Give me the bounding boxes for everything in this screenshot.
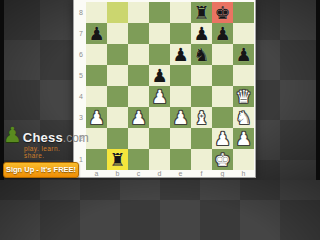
square-b2[interactable] xyxy=(107,128,128,149)
square-f4[interactable] xyxy=(191,86,212,107)
chesscom-logo-block: ♟ Chess .com play. learn. share. Sign Up… xyxy=(3,126,81,178)
board-panel: 87654321 ♜♚♟♟♟♟♞♟♟♟♛♟♟♟♝♞♟♟♜♚ abcdefgh xyxy=(73,0,256,178)
square-a1[interactable] xyxy=(86,149,107,170)
piece-black-knight: ♞ xyxy=(191,44,212,65)
square-c5[interactable] xyxy=(128,65,149,86)
square-g7[interactable]: ♟ xyxy=(212,23,233,44)
rank-label-4: 4 xyxy=(74,86,85,107)
square-h5[interactable] xyxy=(233,65,254,86)
square-g6[interactable] xyxy=(212,44,233,65)
square-b6[interactable] xyxy=(107,44,128,65)
file-label-f: f xyxy=(191,170,212,178)
square-e2[interactable] xyxy=(170,128,191,149)
square-b3[interactable] xyxy=(107,107,128,128)
square-c3[interactable]: ♟ xyxy=(128,107,149,128)
piece-black-rook: ♜ xyxy=(107,149,128,170)
piece-black-pawn: ♟ xyxy=(149,65,170,86)
rank-label-3: 3 xyxy=(74,107,85,128)
square-d2[interactable] xyxy=(149,128,170,149)
square-e5[interactable] xyxy=(170,65,191,86)
rank-label-7: 7 xyxy=(74,23,85,44)
chesscom-logo: ♟ Chess .com xyxy=(3,126,81,145)
square-g1[interactable]: ♚ xyxy=(212,149,233,170)
file-label-d: d xyxy=(149,170,170,178)
square-a7[interactable]: ♟ xyxy=(86,23,107,44)
square-d5[interactable]: ♟ xyxy=(149,65,170,86)
rank-label-5: 5 xyxy=(74,65,85,86)
piece-white-knight: ♞ xyxy=(233,107,254,128)
square-b7[interactable] xyxy=(107,23,128,44)
file-label-h: h xyxy=(233,170,254,178)
square-f5[interactable] xyxy=(191,65,212,86)
square-f8[interactable]: ♜ xyxy=(191,2,212,23)
square-f6[interactable]: ♞ xyxy=(191,44,212,65)
square-f1[interactable] xyxy=(191,149,212,170)
square-h1[interactable] xyxy=(233,149,254,170)
piece-black-pawn: ♟ xyxy=(191,23,212,44)
square-g5[interactable] xyxy=(212,65,233,86)
square-d6[interactable] xyxy=(149,44,170,65)
square-d4[interactable]: ♟ xyxy=(149,86,170,107)
piece-black-king: ♚ xyxy=(212,2,233,23)
piece-black-rook: ♜ xyxy=(191,2,212,23)
square-a3[interactable]: ♟ xyxy=(86,107,107,128)
pillarbox-right xyxy=(316,0,320,180)
square-d1[interactable] xyxy=(149,149,170,170)
square-e1[interactable] xyxy=(170,149,191,170)
file-label-b: b xyxy=(107,170,128,178)
square-d3[interactable] xyxy=(149,107,170,128)
square-b1[interactable]: ♜ xyxy=(107,149,128,170)
piece-white-pawn: ♟ xyxy=(212,128,233,149)
logo-text-chess: Chess xyxy=(23,130,63,145)
square-g8[interactable]: ♚ xyxy=(212,2,233,23)
square-h6[interactable]: ♟ xyxy=(233,44,254,65)
file-label-a: a xyxy=(86,170,107,178)
piece-white-pawn: ♟ xyxy=(170,107,191,128)
square-h7[interactable] xyxy=(233,23,254,44)
signup-button[interactable]: Sign Up - It's FREE! xyxy=(3,162,79,178)
square-b5[interactable] xyxy=(107,65,128,86)
chesscom-pawn-icon: ♟ xyxy=(3,126,22,145)
square-a8[interactable] xyxy=(86,2,107,23)
square-h4[interactable]: ♛ xyxy=(233,86,254,107)
square-e7[interactable] xyxy=(170,23,191,44)
square-c7[interactable] xyxy=(128,23,149,44)
square-c1[interactable] xyxy=(128,149,149,170)
piece-white-pawn: ♟ xyxy=(86,107,107,128)
square-b8[interactable] xyxy=(107,2,128,23)
square-c8[interactable] xyxy=(128,2,149,23)
file-label-g: g xyxy=(212,170,233,178)
square-d7[interactable] xyxy=(149,23,170,44)
board-grid: ♜♚♟♟♟♟♞♟♟♟♛♟♟♟♝♞♟♟♜♚ xyxy=(86,2,254,170)
square-e4[interactable] xyxy=(170,86,191,107)
square-f7[interactable]: ♟ xyxy=(191,23,212,44)
square-a2[interactable] xyxy=(86,128,107,149)
square-g2[interactable]: ♟ xyxy=(212,128,233,149)
logo-tagline: play. learn. share. xyxy=(24,145,81,159)
square-c6[interactable] xyxy=(128,44,149,65)
square-g4[interactable] xyxy=(212,86,233,107)
square-e8[interactable] xyxy=(170,2,191,23)
piece-white-pawn: ♟ xyxy=(149,86,170,107)
file-labels: abcdefgh xyxy=(86,170,254,178)
square-a4[interactable] xyxy=(86,86,107,107)
piece-white-queen: ♛ xyxy=(233,86,254,107)
rank-label-8: 8 xyxy=(74,2,85,23)
square-b4[interactable] xyxy=(107,86,128,107)
square-h8[interactable] xyxy=(233,2,254,23)
piece-black-pawn: ♟ xyxy=(212,23,233,44)
rank-label-6: 6 xyxy=(74,44,85,65)
piece-black-pawn: ♟ xyxy=(86,23,107,44)
piece-black-pawn: ♟ xyxy=(170,44,191,65)
square-a5[interactable] xyxy=(86,65,107,86)
square-h3[interactable]: ♞ xyxy=(233,107,254,128)
square-c2[interactable] xyxy=(128,128,149,149)
piece-white-king: ♚ xyxy=(212,149,233,170)
piece-black-pawn: ♟ xyxy=(233,44,254,65)
file-label-e: e xyxy=(170,170,191,178)
piece-white-pawn: ♟ xyxy=(233,128,254,149)
square-a6[interactable] xyxy=(86,44,107,65)
square-f3[interactable]: ♝ xyxy=(191,107,212,128)
square-h2[interactable]: ♟ xyxy=(233,128,254,149)
square-d8[interactable] xyxy=(149,2,170,23)
piece-white-bishop: ♝ xyxy=(191,107,212,128)
logo-text-com: .com xyxy=(63,131,89,145)
square-g3[interactable] xyxy=(212,107,233,128)
piece-white-pawn: ♟ xyxy=(128,107,149,128)
square-c4[interactable] xyxy=(128,86,149,107)
file-label-c: c xyxy=(128,170,149,178)
square-f2[interactable] xyxy=(191,128,212,149)
square-e6[interactable]: ♟ xyxy=(170,44,191,65)
square-e3[interactable]: ♟ xyxy=(170,107,191,128)
